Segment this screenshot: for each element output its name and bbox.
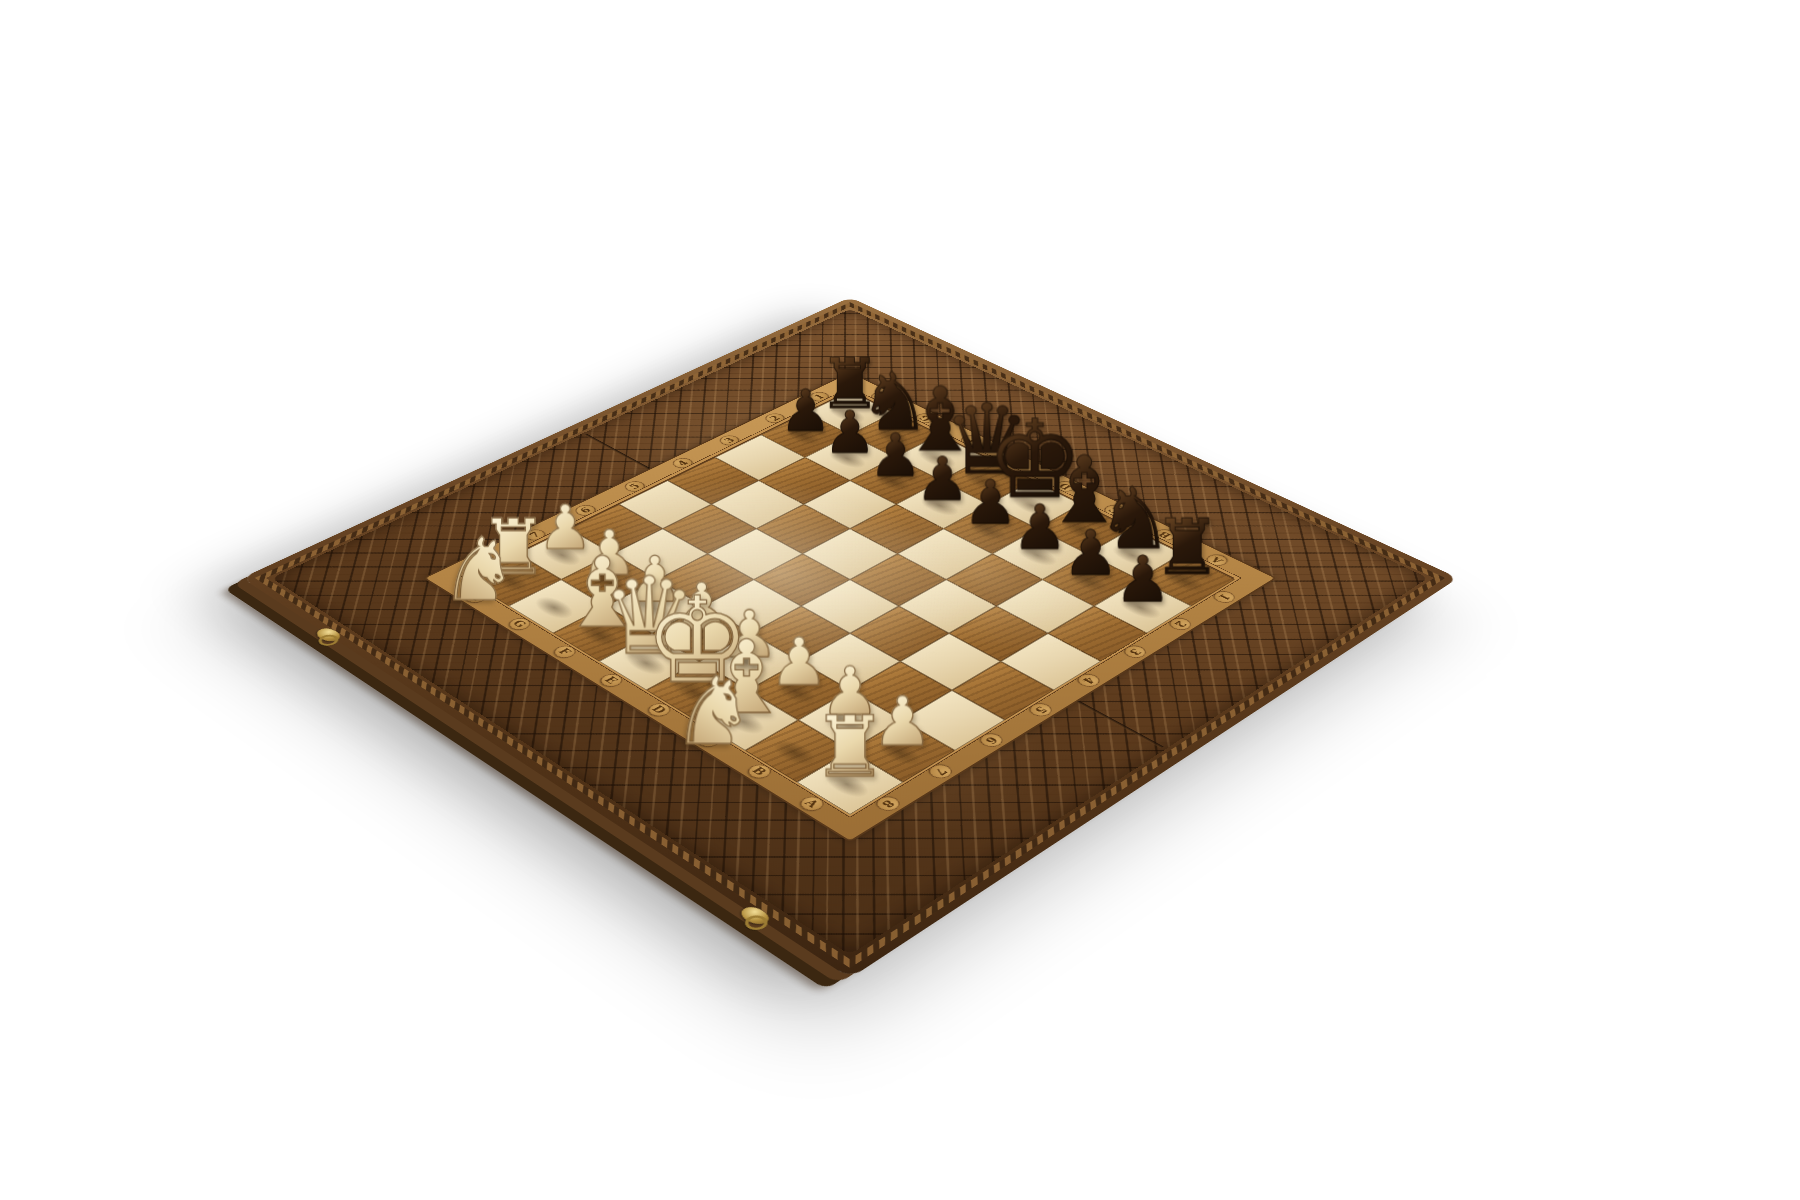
square-d2[interactable]: ♟ bbox=[944, 504, 1038, 553]
square-d3[interactable] bbox=[897, 529, 992, 580]
scene: HGFEDCBA HGFEDCBA 12345678 12345678 ♜♞♝♛… bbox=[0, 0, 1800, 1200]
square-a8[interactable]: ♜ bbox=[797, 751, 904, 815]
square-g2[interactable]: ♟ bbox=[805, 435, 895, 481]
black-pawn-icon: ♟ bbox=[824, 404, 876, 462]
rank-label-4: 4 bbox=[650, 447, 715, 479]
black-pawn-icon: ♟ bbox=[780, 382, 831, 439]
square-f1[interactable]: ♝ bbox=[895, 435, 985, 481]
square-e2[interactable]: ♟ bbox=[896, 480, 988, 528]
square-e1[interactable]: ♛ bbox=[941, 457, 1032, 504]
square-f3[interactable] bbox=[804, 480, 896, 528]
black-knight-icon: ♞ bbox=[859, 362, 930, 441]
square-g3[interactable] bbox=[759, 457, 850, 504]
black-pawn-icon: ♟ bbox=[1063, 522, 1119, 584]
chessboard-squares: ♜♞♝♛♚♝♞♜♟♟♟♟♟♟♟♟♟♟♟♟♟♟♟♟♜♞♝♛♚♝♞♜ bbox=[465, 390, 1234, 813]
square-h1[interactable]: ♜ bbox=[806, 391, 894, 434]
square-h4[interactable] bbox=[668, 457, 759, 504]
rank-label-1: 1 bbox=[788, 381, 850, 411]
square-d4[interactable] bbox=[850, 554, 946, 606]
square-e3[interactable] bbox=[850, 504, 944, 553]
square-g1[interactable]: ♞ bbox=[850, 413, 939, 458]
black-pawn-icon: ♟ bbox=[963, 473, 1017, 533]
black-bishop-icon: ♝ bbox=[901, 376, 980, 464]
file-label-E: E bbox=[985, 447, 1050, 479]
file-label-G: G bbox=[894, 403, 957, 434]
black-king-icon: ♚ bbox=[987, 405, 1083, 513]
square-h2[interactable]: ♟ bbox=[761, 413, 850, 458]
file-label-H: H bbox=[850, 381, 912, 411]
square-f4[interactable] bbox=[756, 504, 850, 553]
square-f2[interactable]: ♟ bbox=[850, 457, 941, 504]
black-pawn-icon: ♟ bbox=[1012, 497, 1067, 558]
white-knight-icon: ♞ bbox=[671, 664, 755, 758]
carved-lattice-frame: HGFEDCBA HGFEDCBA 12345678 12345678 ♜♞♝♛… bbox=[272, 309, 1429, 955]
black-rook-icon: ♜ bbox=[819, 349, 881, 418]
white-knight-icon: ♞ bbox=[440, 526, 518, 613]
black-pawn-icon: ♟ bbox=[916, 449, 969, 509]
rank-label-5: 5 bbox=[602, 470, 668, 503]
chess-board-case: HGFEDCBA HGFEDCBA 12345678 12345678 ♜♞♝♛… bbox=[242, 297, 1458, 978]
white-rook-icon: ♜ bbox=[812, 705, 888, 789]
file-label-D: D bbox=[1032, 470, 1098, 503]
black-queen-icon: ♛ bbox=[943, 392, 1030, 489]
square-e4[interactable] bbox=[803, 529, 898, 580]
rank-label-2: 2 bbox=[744, 403, 807, 434]
square-g4[interactable] bbox=[711, 480, 803, 528]
studio-background: HGFEDCBA HGFEDCBA 12345678 12345678 ♜♞♝♛… bbox=[0, 0, 1800, 1200]
rank-label-3: 3 bbox=[697, 424, 761, 456]
square-h3[interactable] bbox=[715, 435, 805, 481]
black-pawn-icon: ♟ bbox=[1115, 548, 1171, 611]
square-b4[interactable] bbox=[949, 606, 1048, 661]
file-label-F: F bbox=[939, 424, 1003, 456]
black-pawn-icon: ♟ bbox=[869, 426, 922, 485]
